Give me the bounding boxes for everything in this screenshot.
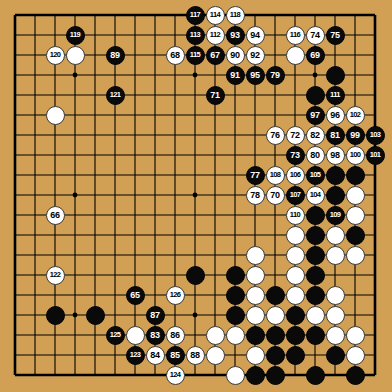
point-H3[interactable]: 83 xyxy=(145,325,165,345)
point-O10[interactable]: 70 xyxy=(265,185,285,205)
point-D14[interactable] xyxy=(65,105,85,125)
point-O19[interactable] xyxy=(265,5,285,25)
point-S19[interactable] xyxy=(345,5,365,25)
point-E14[interactable] xyxy=(85,105,105,125)
point-H7[interactable] xyxy=(145,245,165,265)
point-M17[interactable]: 90 xyxy=(225,45,245,65)
point-F16[interactable] xyxy=(105,65,125,85)
point-R4[interactable] xyxy=(325,305,345,325)
point-C3[interactable] xyxy=(45,325,65,345)
point-S5[interactable] xyxy=(345,285,365,305)
point-H2[interactable]: 84 xyxy=(145,345,165,365)
point-F15[interactable]: 121 xyxy=(105,85,125,105)
point-G11[interactable] xyxy=(125,165,145,185)
point-M6[interactable] xyxy=(225,265,245,285)
point-L14[interactable] xyxy=(205,105,225,125)
point-O14[interactable] xyxy=(265,105,285,125)
point-F12[interactable] xyxy=(105,145,125,165)
point-O5[interactable] xyxy=(265,285,285,305)
point-G12[interactable] xyxy=(125,145,145,165)
point-N4[interactable] xyxy=(245,305,265,325)
point-G9[interactable] xyxy=(125,205,145,225)
point-A14[interactable] xyxy=(5,105,25,125)
point-G7[interactable] xyxy=(125,245,145,265)
point-J8[interactable] xyxy=(165,225,185,245)
point-A4[interactable] xyxy=(5,305,25,325)
point-E3[interactable] xyxy=(85,325,105,345)
point-H16[interactable] xyxy=(145,65,165,85)
point-C18[interactable] xyxy=(45,25,65,45)
point-B14[interactable] xyxy=(25,105,45,125)
point-T15[interactable] xyxy=(365,85,385,105)
point-N9[interactable] xyxy=(245,205,265,225)
point-D2[interactable] xyxy=(65,345,85,365)
point-R1[interactable] xyxy=(325,365,345,385)
point-E7[interactable] xyxy=(85,245,105,265)
point-L13[interactable] xyxy=(205,125,225,145)
point-K2[interactable]: 88 xyxy=(185,345,205,365)
point-K14[interactable] xyxy=(185,105,205,125)
point-D13[interactable] xyxy=(65,125,85,145)
point-A3[interactable] xyxy=(5,325,25,345)
point-P15[interactable] xyxy=(285,85,305,105)
point-H17[interactable] xyxy=(145,45,165,65)
point-Q10[interactable]: 104 xyxy=(305,185,325,205)
point-E16[interactable] xyxy=(85,65,105,85)
point-F10[interactable] xyxy=(105,185,125,205)
point-S18[interactable] xyxy=(345,25,365,45)
point-C17[interactable]: 120 xyxy=(45,45,65,65)
point-P3[interactable] xyxy=(285,325,305,345)
point-H11[interactable] xyxy=(145,165,165,185)
point-G10[interactable] xyxy=(125,185,145,205)
point-N14[interactable] xyxy=(245,105,265,125)
point-F7[interactable] xyxy=(105,245,125,265)
point-L17[interactable]: 67 xyxy=(205,45,225,65)
point-M18[interactable]: 93 xyxy=(225,25,245,45)
point-G19[interactable] xyxy=(125,5,145,25)
point-E6[interactable] xyxy=(85,265,105,285)
point-C2[interactable] xyxy=(45,345,65,365)
point-G2[interactable]: 123 xyxy=(125,345,145,365)
point-T16[interactable] xyxy=(365,65,385,85)
point-B15[interactable] xyxy=(25,85,45,105)
point-H4[interactable]: 87 xyxy=(145,305,165,325)
point-G1[interactable] xyxy=(125,365,145,385)
point-K17[interactable]: 115 xyxy=(185,45,205,65)
point-K18[interactable]: 113 xyxy=(185,25,205,45)
point-K8[interactable] xyxy=(185,225,205,245)
point-P13[interactable]: 72 xyxy=(285,125,305,145)
point-T2[interactable] xyxy=(365,345,385,365)
point-E11[interactable] xyxy=(85,165,105,185)
point-E15[interactable] xyxy=(85,85,105,105)
point-C12[interactable] xyxy=(45,145,65,165)
point-K7[interactable] xyxy=(185,245,205,265)
point-J6[interactable] xyxy=(165,265,185,285)
point-Q18[interactable]: 74 xyxy=(305,25,325,45)
point-O9[interactable] xyxy=(265,205,285,225)
point-Q2[interactable] xyxy=(305,345,325,365)
point-J2[interactable]: 85 xyxy=(165,345,185,365)
point-L15[interactable]: 71 xyxy=(205,85,225,105)
point-A12[interactable] xyxy=(5,145,25,165)
point-C14[interactable] xyxy=(45,105,65,125)
point-Q12[interactable]: 80 xyxy=(305,145,325,165)
point-S1[interactable] xyxy=(345,365,365,385)
point-P7[interactable] xyxy=(285,245,305,265)
point-T13[interactable]: 103 xyxy=(365,125,385,145)
point-D9[interactable] xyxy=(65,205,85,225)
point-E10[interactable] xyxy=(85,185,105,205)
point-L7[interactable] xyxy=(205,245,225,265)
point-B6[interactable] xyxy=(25,265,45,285)
point-S2[interactable] xyxy=(345,345,365,365)
point-R18[interactable]: 75 xyxy=(325,25,345,45)
point-Q6[interactable] xyxy=(305,265,325,285)
point-P6[interactable] xyxy=(285,265,305,285)
point-S16[interactable] xyxy=(345,65,365,85)
point-A18[interactable] xyxy=(5,25,25,45)
point-T5[interactable] xyxy=(365,285,385,305)
point-T18[interactable] xyxy=(365,25,385,45)
point-O1[interactable] xyxy=(265,365,285,385)
point-R14[interactable]: 96 xyxy=(325,105,345,125)
point-E17[interactable] xyxy=(85,45,105,65)
point-P11[interactable]: 106 xyxy=(285,165,305,185)
point-P17[interactable] xyxy=(285,45,305,65)
point-L4[interactable] xyxy=(205,305,225,325)
point-K4[interactable] xyxy=(185,305,205,325)
point-B10[interactable] xyxy=(25,185,45,205)
point-N8[interactable] xyxy=(245,225,265,245)
point-L19[interactable]: 114 xyxy=(205,5,225,25)
point-O15[interactable] xyxy=(265,85,285,105)
point-B18[interactable] xyxy=(25,25,45,45)
point-C16[interactable] xyxy=(45,65,65,85)
point-O11[interactable]: 108 xyxy=(265,165,285,185)
point-L11[interactable] xyxy=(205,165,225,185)
point-D11[interactable] xyxy=(65,165,85,185)
point-H14[interactable] xyxy=(145,105,165,125)
point-F14[interactable] xyxy=(105,105,125,125)
point-D10[interactable] xyxy=(65,185,85,205)
point-Q13[interactable]: 82 xyxy=(305,125,325,145)
point-C1[interactable] xyxy=(45,365,65,385)
point-S14[interactable]: 102 xyxy=(345,105,365,125)
point-P4[interactable] xyxy=(285,305,305,325)
point-P14[interactable] xyxy=(285,105,305,125)
point-R7[interactable] xyxy=(325,245,345,265)
point-S7[interactable] xyxy=(345,245,365,265)
point-P16[interactable] xyxy=(285,65,305,85)
point-T1[interactable] xyxy=(365,365,385,385)
point-E5[interactable] xyxy=(85,285,105,305)
point-C7[interactable] xyxy=(45,245,65,265)
point-D1[interactable] xyxy=(65,365,85,385)
point-K6[interactable] xyxy=(185,265,205,285)
point-T19[interactable] xyxy=(365,5,385,25)
point-B5[interactable] xyxy=(25,285,45,305)
point-F5[interactable] xyxy=(105,285,125,305)
point-T10[interactable] xyxy=(365,185,385,205)
point-R11[interactable] xyxy=(325,165,345,185)
point-B16[interactable] xyxy=(25,65,45,85)
point-Q19[interactable] xyxy=(305,5,325,25)
point-G13[interactable] xyxy=(125,125,145,145)
point-A13[interactable] xyxy=(5,125,25,145)
point-L8[interactable] xyxy=(205,225,225,245)
point-R5[interactable] xyxy=(325,285,345,305)
point-B11[interactable] xyxy=(25,165,45,185)
point-M2[interactable] xyxy=(225,345,245,365)
point-R8[interactable] xyxy=(325,225,345,245)
point-O12[interactable] xyxy=(265,145,285,165)
point-H9[interactable] xyxy=(145,205,165,225)
point-A11[interactable] xyxy=(5,165,25,185)
point-C6[interactable]: 122 xyxy=(45,265,65,285)
point-Q14[interactable]: 97 xyxy=(305,105,325,125)
point-F19[interactable] xyxy=(105,5,125,25)
point-H19[interactable] xyxy=(145,5,165,25)
point-M12[interactable] xyxy=(225,145,245,165)
point-M16[interactable]: 91 xyxy=(225,65,245,85)
point-H10[interactable] xyxy=(145,185,165,205)
point-D17[interactable] xyxy=(65,45,85,65)
point-H15[interactable] xyxy=(145,85,165,105)
point-K9[interactable] xyxy=(185,205,205,225)
point-H8[interactable] xyxy=(145,225,165,245)
point-E1[interactable] xyxy=(85,365,105,385)
point-C10[interactable] xyxy=(45,185,65,205)
point-S6[interactable] xyxy=(345,265,365,285)
point-A6[interactable] xyxy=(5,265,25,285)
point-N1[interactable] xyxy=(245,365,265,385)
point-H5[interactable] xyxy=(145,285,165,305)
point-P2[interactable] xyxy=(285,345,305,365)
point-O17[interactable] xyxy=(265,45,285,65)
point-J14[interactable] xyxy=(165,105,185,125)
point-L5[interactable] xyxy=(205,285,225,305)
point-O13[interactable]: 76 xyxy=(265,125,285,145)
point-A16[interactable] xyxy=(5,65,25,85)
point-P10[interactable]: 107 xyxy=(285,185,305,205)
point-M9[interactable] xyxy=(225,205,245,225)
point-H6[interactable] xyxy=(145,265,165,285)
point-M7[interactable] xyxy=(225,245,245,265)
point-R19[interactable] xyxy=(325,5,345,25)
point-P8[interactable] xyxy=(285,225,305,245)
point-N11[interactable]: 77 xyxy=(245,165,265,185)
point-T4[interactable] xyxy=(365,305,385,325)
point-A7[interactable] xyxy=(5,245,25,265)
point-M19[interactable]: 118 xyxy=(225,5,245,25)
point-N13[interactable] xyxy=(245,125,265,145)
point-A17[interactable] xyxy=(5,45,25,65)
point-B12[interactable] xyxy=(25,145,45,165)
point-G18[interactable] xyxy=(125,25,145,45)
point-O8[interactable] xyxy=(265,225,285,245)
point-O16[interactable]: 79 xyxy=(265,65,285,85)
point-M14[interactable] xyxy=(225,105,245,125)
point-J19[interactable] xyxy=(165,5,185,25)
point-F8[interactable] xyxy=(105,225,125,245)
point-J18[interactable] xyxy=(165,25,185,45)
point-K3[interactable] xyxy=(185,325,205,345)
point-P5[interactable] xyxy=(285,285,305,305)
point-G16[interactable] xyxy=(125,65,145,85)
point-A1[interactable] xyxy=(5,365,25,385)
point-J11[interactable] xyxy=(165,165,185,185)
point-K15[interactable] xyxy=(185,85,205,105)
point-J15[interactable] xyxy=(165,85,185,105)
point-E12[interactable] xyxy=(85,145,105,165)
point-N6[interactable] xyxy=(245,265,265,285)
point-F4[interactable] xyxy=(105,305,125,325)
point-A9[interactable] xyxy=(5,205,25,225)
point-B7[interactable] xyxy=(25,245,45,265)
point-Q3[interactable] xyxy=(305,325,325,345)
point-Q15[interactable] xyxy=(305,85,325,105)
point-N18[interactable]: 94 xyxy=(245,25,265,45)
point-O4[interactable] xyxy=(265,305,285,325)
point-C8[interactable] xyxy=(45,225,65,245)
point-P19[interactable] xyxy=(285,5,305,25)
point-E2[interactable] xyxy=(85,345,105,365)
point-E13[interactable] xyxy=(85,125,105,145)
point-L6[interactable] xyxy=(205,265,225,285)
point-S17[interactable] xyxy=(345,45,365,65)
point-M8[interactable] xyxy=(225,225,245,245)
point-N12[interactable] xyxy=(245,145,265,165)
point-J4[interactable] xyxy=(165,305,185,325)
point-E9[interactable] xyxy=(85,205,105,225)
point-G3[interactable] xyxy=(125,325,145,345)
point-M13[interactable] xyxy=(225,125,245,145)
point-R13[interactable]: 81 xyxy=(325,125,345,145)
point-A8[interactable] xyxy=(5,225,25,245)
point-B4[interactable] xyxy=(25,305,45,325)
point-E19[interactable] xyxy=(85,5,105,25)
point-R2[interactable] xyxy=(325,345,345,365)
point-T14[interactable] xyxy=(365,105,385,125)
point-F13[interactable] xyxy=(105,125,125,145)
point-L1[interactable] xyxy=(205,365,225,385)
point-T12[interactable]: 101 xyxy=(365,145,385,165)
point-L16[interactable] xyxy=(205,65,225,85)
point-G8[interactable] xyxy=(125,225,145,245)
point-C19[interactable] xyxy=(45,5,65,25)
point-B19[interactable] xyxy=(25,5,45,25)
point-T3[interactable] xyxy=(365,325,385,345)
point-B3[interactable] xyxy=(25,325,45,345)
point-C11[interactable] xyxy=(45,165,65,185)
point-S8[interactable] xyxy=(345,225,365,245)
point-R15[interactable]: 111 xyxy=(325,85,345,105)
point-K12[interactable] xyxy=(185,145,205,165)
point-K1[interactable] xyxy=(185,365,205,385)
point-O7[interactable] xyxy=(265,245,285,265)
point-B13[interactable] xyxy=(25,125,45,145)
point-J5[interactable]: 126 xyxy=(165,285,185,305)
point-L12[interactable] xyxy=(205,145,225,165)
point-T6[interactable] xyxy=(365,265,385,285)
point-K19[interactable]: 117 xyxy=(185,5,205,25)
point-T11[interactable] xyxy=(365,165,385,185)
point-N3[interactable] xyxy=(245,325,265,345)
point-F17[interactable]: 89 xyxy=(105,45,125,65)
point-T8[interactable] xyxy=(365,225,385,245)
point-J9[interactable] xyxy=(165,205,185,225)
point-O6[interactable] xyxy=(265,265,285,285)
point-B17[interactable] xyxy=(25,45,45,65)
point-B2[interactable] xyxy=(25,345,45,365)
point-G5[interactable]: 65 xyxy=(125,285,145,305)
point-M15[interactable] xyxy=(225,85,245,105)
point-T9[interactable] xyxy=(365,205,385,225)
point-J1[interactable]: 124 xyxy=(165,365,185,385)
point-L9[interactable] xyxy=(205,205,225,225)
point-K13[interactable] xyxy=(185,125,205,145)
point-H13[interactable] xyxy=(145,125,165,145)
point-S13[interactable]: 99 xyxy=(345,125,365,145)
point-Q9[interactable] xyxy=(305,205,325,225)
point-R6[interactable] xyxy=(325,265,345,285)
point-C15[interactable] xyxy=(45,85,65,105)
point-J3[interactable]: 86 xyxy=(165,325,185,345)
point-C5[interactable] xyxy=(45,285,65,305)
point-A2[interactable] xyxy=(5,345,25,365)
point-S11[interactable] xyxy=(345,165,365,185)
point-C9[interactable]: 66 xyxy=(45,205,65,225)
point-F6[interactable] xyxy=(105,265,125,285)
point-N19[interactable] xyxy=(245,5,265,25)
point-L10[interactable] xyxy=(205,185,225,205)
point-M3[interactable] xyxy=(225,325,245,345)
point-K16[interactable] xyxy=(185,65,205,85)
point-M4[interactable] xyxy=(225,305,245,325)
point-S3[interactable] xyxy=(345,325,365,345)
point-R9[interactable]: 109 xyxy=(325,205,345,225)
point-S15[interactable] xyxy=(345,85,365,105)
point-T7[interactable] xyxy=(365,245,385,265)
point-P9[interactable]: 110 xyxy=(285,205,305,225)
point-L2[interactable] xyxy=(205,345,225,365)
point-G4[interactable] xyxy=(125,305,145,325)
point-J16[interactable] xyxy=(165,65,185,85)
point-R17[interactable] xyxy=(325,45,345,65)
point-N5[interactable] xyxy=(245,285,265,305)
point-Q1[interactable] xyxy=(305,365,325,385)
point-N7[interactable] xyxy=(245,245,265,265)
point-G15[interactable] xyxy=(125,85,145,105)
point-F11[interactable] xyxy=(105,165,125,185)
point-F2[interactable] xyxy=(105,345,125,365)
point-M5[interactable] xyxy=(225,285,245,305)
point-Q16[interactable] xyxy=(305,65,325,85)
point-L18[interactable]: 112 xyxy=(205,25,225,45)
point-O2[interactable] xyxy=(265,345,285,365)
point-D6[interactable] xyxy=(65,265,85,285)
point-R16[interactable] xyxy=(325,65,345,85)
point-C13[interactable] xyxy=(45,125,65,145)
point-B9[interactable] xyxy=(25,205,45,225)
point-D16[interactable] xyxy=(65,65,85,85)
point-J13[interactable] xyxy=(165,125,185,145)
point-A19[interactable] xyxy=(5,5,25,25)
point-P1[interactable] xyxy=(285,365,305,385)
point-F18[interactable] xyxy=(105,25,125,45)
